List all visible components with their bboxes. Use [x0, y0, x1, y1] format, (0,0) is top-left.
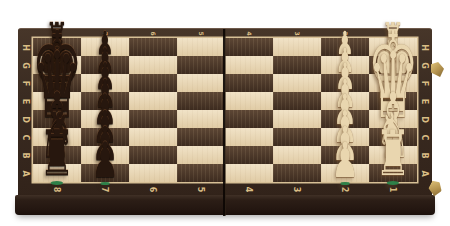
file-label: E	[21, 98, 30, 103]
square-a6[interactable]	[129, 164, 177, 182]
square-c3[interactable]	[273, 128, 321, 146]
chess-board: 87654321 HGFEDCBA HGFEDCBA 87654321 ♜♟♟♜…	[18, 28, 432, 197]
square-f3[interactable]	[273, 74, 321, 92]
rank-label: 4	[246, 31, 253, 35]
piece-black-rook[interactable]: ♜	[39, 122, 74, 185]
square-f6[interactable]	[129, 74, 177, 92]
chess-board-assembly: 87654321 HGFEDCBA HGFEDCBA 87654321 ♜♟♟♜…	[18, 28, 432, 197]
square-b4[interactable]	[225, 146, 273, 164]
square-b5[interactable]	[177, 146, 225, 164]
square-c5[interactable]	[177, 128, 225, 146]
file-label: A	[21, 170, 30, 176]
rank-label: 3	[292, 187, 301, 193]
file-label: F	[420, 80, 429, 85]
file-labels-right: HGFEDCBA	[417, 38, 432, 182]
brass-clasp-top-icon	[431, 62, 444, 77]
square-d5[interactable]	[177, 110, 225, 128]
file-label: G	[21, 62, 30, 69]
square-e6[interactable]	[129, 92, 177, 110]
square-h4[interactable]	[225, 38, 273, 56]
file-label: B	[420, 152, 429, 158]
square-g5[interactable]	[177, 56, 225, 74]
rank-label: 3	[294, 31, 301, 35]
square-d4[interactable]	[225, 110, 273, 128]
square-a5[interactable]	[177, 164, 225, 182]
file-label: D	[21, 116, 30, 123]
square-g3[interactable]	[273, 56, 321, 74]
square-c6[interactable]	[129, 128, 177, 146]
square-e4[interactable]	[225, 92, 273, 110]
piece-black-pawn[interactable]: ♟	[91, 136, 118, 185]
file-label: G	[420, 62, 429, 69]
rank-label: 6	[148, 187, 157, 193]
rank-label: 5	[196, 187, 205, 193]
square-h5[interactable]	[177, 38, 225, 56]
file-label: C	[21, 134, 30, 140]
piece-white-pawn[interactable]: ♟	[331, 136, 358, 185]
file-label: C	[420, 134, 429, 140]
file-label: H	[420, 44, 429, 51]
square-d3[interactable]	[273, 110, 321, 128]
square-a3[interactable]	[273, 164, 321, 182]
square-b3[interactable]	[273, 146, 321, 164]
file-label: H	[21, 44, 30, 51]
rank-label: 5	[198, 31, 205, 35]
square-f4[interactable]	[225, 74, 273, 92]
square-h6[interactable]	[129, 38, 177, 56]
square-b6[interactable]	[129, 146, 177, 164]
file-label: F	[21, 80, 30, 85]
fold-seam	[223, 29, 226, 216]
piece-white-rook[interactable]: ♜	[375, 122, 410, 185]
rank-label: 6	[150, 31, 157, 35]
square-h3[interactable]	[273, 38, 321, 56]
file-label: B	[21, 152, 30, 158]
square-c4[interactable]	[225, 128, 273, 146]
square-a2[interactable]: ♟	[321, 164, 369, 182]
file-label: E	[420, 98, 429, 103]
file-label: D	[420, 116, 429, 123]
file-label: A	[420, 170, 429, 176]
square-e5[interactable]	[177, 92, 225, 110]
square-a8[interactable]: ♜	[33, 164, 81, 182]
rank-label: 4	[244, 187, 253, 193]
square-d6[interactable]	[129, 110, 177, 128]
square-g6[interactable]	[129, 56, 177, 74]
square-g4[interactable]	[225, 56, 273, 74]
square-f5[interactable]	[177, 74, 225, 92]
square-e3[interactable]	[273, 92, 321, 110]
square-a1[interactable]: ♜	[369, 164, 417, 182]
square-a4[interactable]	[225, 164, 273, 182]
photo-background: 87654321 HGFEDCBA HGFEDCBA 87654321 ♜♟♟♜…	[0, 0, 450, 226]
square-a7[interactable]: ♟	[81, 164, 129, 182]
